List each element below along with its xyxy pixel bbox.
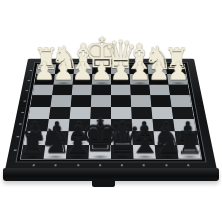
square-g8[interactable]: ♞: [43, 145, 67, 159]
square-a8[interactable]: ♜: [177, 145, 201, 159]
board-row: ♜♞♝♚♛♝♞♜: [21, 145, 201, 159]
coordinate-tick: [14, 149, 17, 150]
square-f2[interactable]: ♟: [73, 74, 93, 84]
coordinate-tick: [26, 90, 29, 91]
coordinate-tick: [121, 164, 123, 166]
coordinate-tick: [21, 112, 24, 113]
board-row: ♟♟♟♟♟♟♟♟: [34, 74, 187, 84]
square-d3[interactable]: [111, 85, 131, 96]
case-clasp: [92, 180, 115, 187]
square-b4[interactable]: [150, 95, 171, 106]
coordinate-tick: [143, 164, 145, 166]
coordinate-tick: [33, 164, 35, 166]
square-c2[interactable]: ♟: [130, 74, 150, 84]
square-g4[interactable]: [51, 95, 72, 106]
square-b2[interactable]: ♟: [148, 74, 168, 84]
square-f3[interactable]: [72, 85, 92, 96]
piece-bR[interactable]: ♜: [176, 128, 204, 158]
square-a3[interactable]: [168, 85, 189, 96]
file-ticks: [23, 164, 200, 166]
coordinate-tick: [165, 164, 167, 166]
square-e4[interactable]: [91, 95, 111, 106]
chess-board: ♜♞♝♚♛♝♞♜♟♟♟♟♟♟♟♟♟♟♟♟♟♟♟♟♜♞♝♚♛♝♞♜: [5, 59, 217, 170]
square-b3[interactable]: [149, 85, 170, 96]
coordinate-tick: [77, 164, 79, 166]
square-e3[interactable]: [91, 85, 111, 96]
square-h3[interactable]: [32, 85, 53, 96]
coordinate-tick: [28, 80, 31, 81]
square-a2[interactable]: ♟: [167, 74, 188, 84]
square-b8[interactable]: ♞: [155, 145, 179, 159]
chess-set-photo: ♜♞♝♚♛♝♞♜♟♟♟♟♟♟♟♟♟♟♟♟♟♟♟♟♜♞♝♚♛♝♞♜: [0, 0, 222, 222]
square-d2[interactable]: ♟: [111, 74, 130, 84]
board-row: [32, 85, 189, 96]
square-a4[interactable]: [170, 95, 192, 106]
coordinate-tick: [23, 101, 26, 102]
coordinate-tick: [30, 70, 33, 71]
square-h8[interactable]: ♜: [21, 145, 45, 159]
coordinate-tick: [55, 164, 57, 166]
square-e2[interactable]: ♟: [92, 74, 111, 84]
square-c4[interactable]: [131, 95, 152, 106]
square-g3[interactable]: [52, 85, 73, 96]
square-f4[interactable]: [71, 95, 92, 106]
coordinate-tick: [187, 164, 189, 166]
piece-bR[interactable]: ♜: [18, 128, 46, 158]
board-row: [30, 95, 191, 106]
board-field: ♜♞♝♚♛♝♞♜♟♟♟♟♟♟♟♟♟♟♟♟♟♟♟♟♜♞♝♚♛♝♞♜: [20, 64, 202, 160]
square-c3[interactable]: [130, 85, 150, 96]
piece-wP[interactable]: ♟: [167, 60, 189, 84]
square-d4[interactable]: [111, 95, 131, 106]
coordinate-tick: [99, 164, 101, 166]
square-h4[interactable]: [30, 95, 52, 106]
